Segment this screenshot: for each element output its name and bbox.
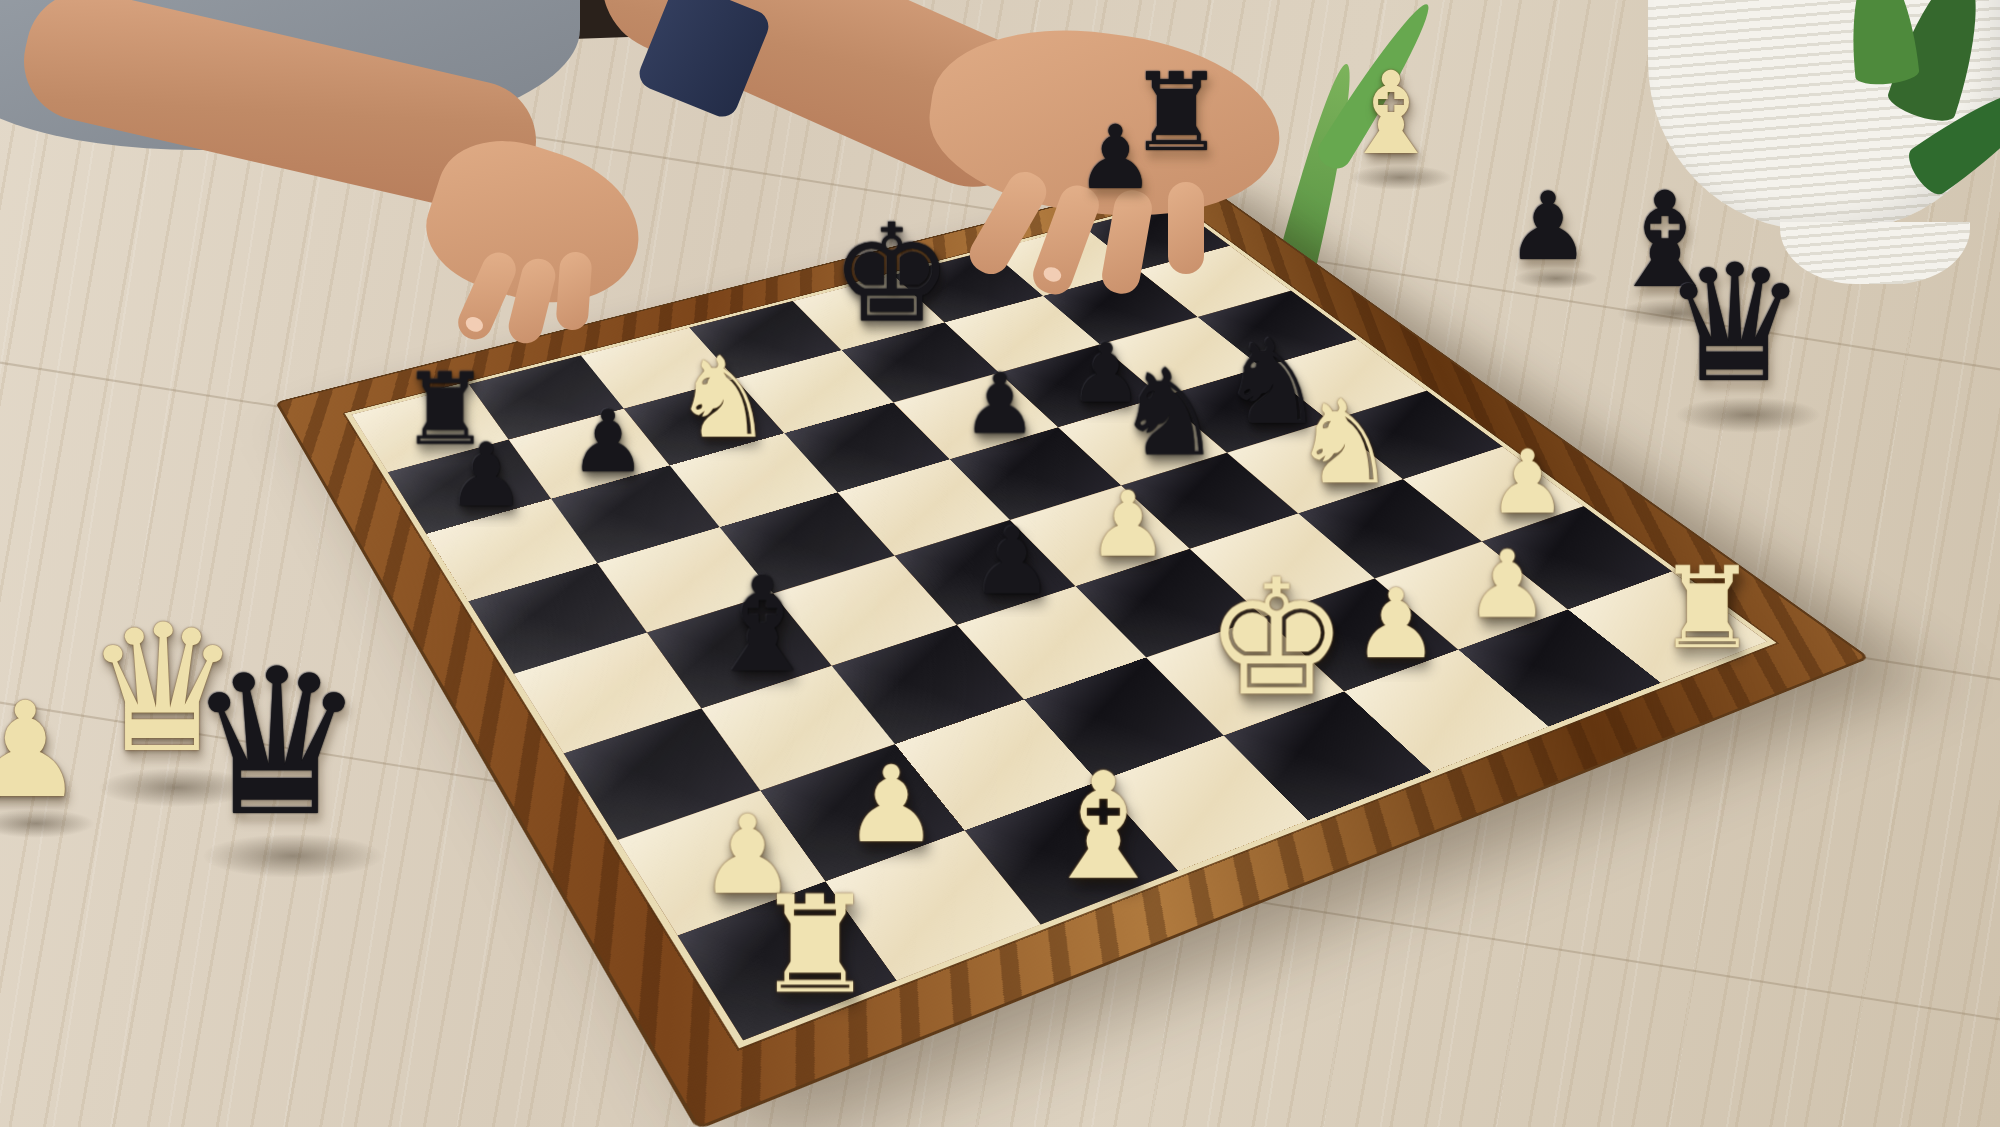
piece-white-pawn-e4[interactable]: ♟ [1062, 482, 1195, 568]
square-h1[interactable]: ♜ [1567, 571, 1767, 683]
piece-black-pawn-a7[interactable]: ♟ [422, 434, 551, 517]
captured-black-queen-right-6[interactable]: ♛ [1662, 248, 1807, 402]
captured-white-bishop-right-3[interactable]: ♝ [1340, 60, 1442, 168]
piece-black-king-e8[interactable]: ♚ [831, 210, 945, 339]
piece-black-pawn-b7[interactable]: ♟ [545, 401, 671, 482]
piece-white-pawn-b2[interactable]: ♟ [813, 754, 969, 855]
piece-black-knight-f5[interactable]: ♞ [1106, 357, 1231, 471]
piece-white-knight-g4[interactable]: ♞ [1281, 387, 1408, 497]
piece-black-pawn-d4[interactable]: ♟ [944, 518, 1080, 606]
piece-white-pawn-h3[interactable]: ♟ [1463, 441, 1592, 525]
square-b6[interactable] [551, 465, 720, 563]
piece-black-bishop-b4[interactable]: ♝ [691, 562, 833, 687]
piece-white-rook-a1[interactable]: ♜ [731, 881, 899, 1009]
piece-black-pawn-e6[interactable]: ♟ [938, 364, 1061, 443]
piece-white-king-e2[interactable]: ♚ [1204, 562, 1348, 714]
captured-black-pawn-right-4[interactable]: ♟ [1506, 182, 1590, 271]
piece-white-rook-h1[interactable]: ♜ [1637, 555, 1777, 662]
captured-white-pawn-left-1[interactable]: ♟ [0, 688, 84, 813]
captured-black-rook-right-2[interactable]: ♜ [1128, 62, 1225, 165]
piece-white-bishop-c1[interactable]: ♝ [1024, 758, 1183, 898]
piece-white-knight-c7[interactable]: ♞ [662, 344, 785, 451]
captured-black-queen-left-3[interactable]: ♛ [186, 648, 367, 840]
